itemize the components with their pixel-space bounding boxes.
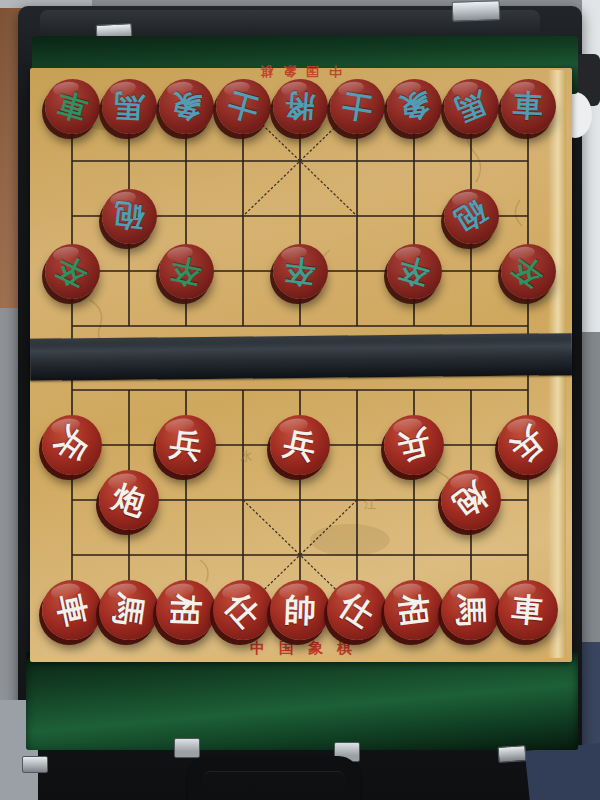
piece-black-soldier-5[interactable]: 卒 [501, 244, 556, 299]
piece-red-cannon-right[interactable]: 炮 [441, 470, 501, 530]
piece-red-soldier-4[interactable]: 兵 [384, 415, 444, 475]
piece-glyph: 兵 [281, 426, 319, 464]
piece-red-soldier-3[interactable]: 兵 [270, 415, 330, 475]
fabric-bottom-right [525, 741, 600, 800]
piece-glyph: 炮 [109, 480, 149, 520]
piece-black-chariot-left[interactable]: 車 [45, 79, 100, 134]
piece-glyph: 卒 [168, 253, 204, 289]
piece-red-horse-left[interactable]: 馬 [99, 580, 159, 640]
piece-glyph: 砲 [450, 195, 491, 236]
piece-glyph: 卒 [395, 252, 432, 289]
board-title-top: 中国象棋 [30, 62, 572, 80]
map-watermark-label: 江 [364, 496, 376, 513]
piece-red-soldier-5[interactable]: 兵 [498, 415, 558, 475]
piece-glyph: 兵 [506, 423, 551, 468]
piece-glyph: 卒 [52, 251, 92, 291]
case-handle [188, 756, 360, 800]
piece-red-general[interactable]: 帥 [270, 580, 330, 640]
piece-glyph: 象 [169, 89, 204, 124]
piece-red-chariot-right[interactable]: 車 [498, 580, 558, 640]
piece-black-horse-right[interactable]: 馬 [444, 79, 499, 134]
piece-glyph: 車 [53, 591, 91, 629]
piece-glyph: 將 [284, 90, 316, 122]
piece-glyph: 卒 [283, 254, 316, 287]
piece-glyph: 仕 [335, 588, 379, 632]
piece-glyph: 士 [224, 87, 261, 124]
piece-black-horse-left[interactable]: 馬 [102, 79, 157, 134]
case-latch-right [497, 745, 526, 763]
piece-glyph: 馬 [451, 86, 490, 125]
piece-glyph: 仕 [220, 587, 265, 632]
piece-black-soldier-2[interactable]: 卒 [159, 244, 214, 299]
piece-glyph: 炮 [449, 478, 494, 523]
piece-black-cannon-left[interactable]: 砲 [102, 189, 157, 244]
piece-glyph: 兵 [168, 427, 204, 463]
handle-mount-left [174, 738, 200, 758]
piece-black-cannon-right[interactable]: 砲 [444, 189, 499, 244]
piece-black-chariot-right[interactable]: 車 [501, 79, 556, 134]
piece-glyph: 士 [340, 89, 374, 123]
piece-glyph: 象 [397, 89, 430, 122]
piece-red-chariot-left[interactable]: 車 [42, 580, 102, 640]
piece-red-elephant-left[interactable]: 相 [156, 580, 216, 640]
piece-glyph: 馬 [111, 592, 147, 628]
piece-glyph: 兵 [395, 426, 433, 464]
piece-glyph: 相 [169, 593, 202, 626]
piece-glyph: 卒 [507, 250, 549, 292]
piece-red-advisor-left[interactable]: 仕 [213, 580, 273, 640]
piece-glyph: 馬 [454, 593, 487, 626]
piece-black-soldier-3[interactable]: 卒 [273, 244, 328, 299]
velvet-lining-bottom [26, 652, 578, 750]
piece-red-soldier-2[interactable]: 兵 [156, 415, 216, 475]
map-watermark-label: 水 [240, 448, 252, 465]
piece-glyph: 馬 [113, 90, 145, 122]
piece-glyph: 帥 [283, 593, 316, 626]
hinge-right [452, 0, 501, 22]
piece-glyph: 車 [53, 87, 90, 124]
piece-black-soldier-1[interactable]: 卒 [45, 244, 100, 299]
piece-black-advisor-left[interactable]: 士 [216, 79, 271, 134]
piece-red-cannon-left[interactable]: 炮 [99, 470, 159, 530]
piece-black-advisor-right[interactable]: 士 [330, 79, 385, 134]
piece-black-elephant-left[interactable]: 象 [159, 79, 214, 134]
board-title: 中国象棋 [30, 639, 572, 658]
board-fold-hinge [30, 333, 572, 381]
piece-black-elephant-right[interactable]: 象 [387, 79, 442, 134]
piece-glyph: 兵 [50, 423, 95, 468]
floor-right-top [582, 0, 600, 332]
floor-right-mid [582, 332, 600, 642]
case-latch-left [22, 756, 48, 773]
piece-red-soldier-1[interactable]: 兵 [42, 415, 102, 475]
piece-glyph: 車 [512, 90, 544, 122]
piece-red-elephant-right[interactable]: 相 [384, 580, 444, 640]
piece-glyph: 砲 [113, 200, 146, 233]
piece-black-general[interactable]: 將 [273, 79, 328, 134]
piece-black-soldier-4[interactable]: 卒 [387, 244, 442, 299]
piece-red-horse-right[interactable]: 馬 [441, 580, 501, 640]
piece-glyph: 相 [396, 592, 432, 628]
piece-red-advisor-right[interactable]: 仕 [327, 580, 387, 640]
piece-glyph: 車 [511, 593, 546, 628]
